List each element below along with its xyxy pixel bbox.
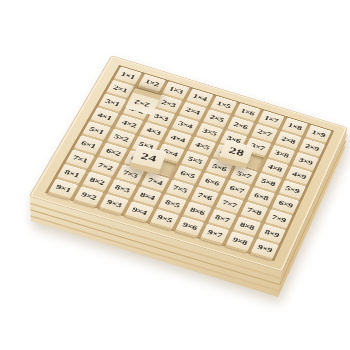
tile-label: 4×9 [291, 171, 307, 181]
tile-label: 7×4 [147, 177, 164, 187]
tile-label: 3×1 [104, 98, 121, 108]
tile-label: 2×7 [257, 128, 273, 138]
tile-label: 8×7 [214, 214, 231, 224]
tile-label: 3×4 [177, 120, 193, 130]
tile-label: 8×5 [164, 199, 181, 209]
tile-label: 4×5 [194, 141, 210, 151]
tile-label: 6×7 [229, 184, 245, 194]
tile-label: 1×9 [311, 129, 327, 138]
tile-label: 1×8 [287, 122, 303, 131]
tile-label: 1×4 [192, 93, 208, 102]
tile-label: 7×8 [246, 206, 262, 216]
tile-label: 2×8 [280, 135, 296, 145]
tile-label: 2×9 [304, 143, 320, 153]
tile-label: 8×1 [63, 169, 80, 179]
tile-label: 3×5 [201, 127, 217, 137]
tile-label: 9×6 [181, 221, 198, 231]
tile-label: 7×9 [271, 214, 287, 224]
tile-label: 2×4 [185, 106, 201, 116]
tile-label: 9×5 [156, 214, 173, 224]
tile-label: 28 [227, 145, 246, 158]
tile-label: 5×1 [88, 126, 105, 136]
tile-label: 7×7 [221, 199, 238, 209]
tile-label: 4×8 [267, 163, 283, 173]
tile-label: 2×2 [134, 99, 152, 109]
tile-label: 2×3 [160, 99, 176, 109]
tile-label: 5×5 [187, 155, 203, 165]
tile-label: 1×3 [168, 85, 184, 94]
tile-label: 3×3 [153, 113, 169, 123]
tile-label: 7×2 [97, 162, 114, 172]
tile-label: 4×4 [170, 134, 186, 144]
tile-label: 8×6 [189, 206, 206, 216]
tile-label: 1×1 [120, 71, 136, 80]
tile-label: 6×6 [204, 177, 220, 187]
tile-label: 8×9 [264, 228, 280, 238]
tile-label: 9×9 [257, 243, 274, 253]
tile-label: 8×4 [139, 191, 156, 201]
tile-label: 9×2 [80, 191, 97, 201]
tile-label: 8×3 [114, 184, 131, 194]
tile-label: 5×7 [236, 170, 252, 180]
tile-label: 4×1 [96, 112, 113, 122]
tile-label: 9×4 [131, 206, 148, 216]
tile-label: 4×3 [145, 126, 162, 136]
tile-label: 6×2 [105, 147, 122, 157]
tile-label: 9×3 [106, 198, 123, 208]
tile-label: 9×7 [207, 229, 224, 239]
tile-label: 6×9 [278, 199, 294, 209]
tile-label: 3×8 [274, 149, 290, 159]
tile-label: 5×9 [284, 185, 300, 195]
tile-label: 5×2 [113, 133, 130, 143]
tile-label: 6×5 [179, 170, 196, 180]
tile-label: 5×8 [260, 177, 276, 187]
tile-label: 5×6 [211, 163, 227, 173]
tile-label: 6×1 [80, 140, 97, 150]
tile-label: 7×6 [197, 191, 214, 201]
tile-label: 9×8 [232, 236, 249, 246]
tile-label: 8×2 [88, 176, 105, 186]
tile-label: 2×5 [209, 114, 225, 124]
tile-label: 2×6 [233, 121, 249, 131]
tile-label: 1×7 [263, 115, 279, 124]
tile-label: 7×3 [122, 169, 139, 179]
tile-label: 2×1 [112, 84, 128, 93]
tile-label: 1×2 [144, 78, 160, 87]
tile-label: 1×6 [240, 107, 256, 116]
tile-label: 24 [139, 151, 158, 164]
tile-label: 9×1 [55, 183, 72, 193]
tile-label: 4×2 [121, 119, 138, 129]
tile-label: 7×1 [72, 154, 89, 164]
tile-label: 3×9 [298, 157, 314, 167]
product-photo-stage: 1×11×21×31×41×51×61×71×81×92×12×32×42×52… [0, 0, 350, 350]
tile-label: 8×8 [239, 221, 256, 231]
tile-label: 7×5 [172, 184, 189, 194]
tile-label: 6×8 [253, 192, 269, 202]
tile-label: 1×5 [216, 100, 232, 109]
